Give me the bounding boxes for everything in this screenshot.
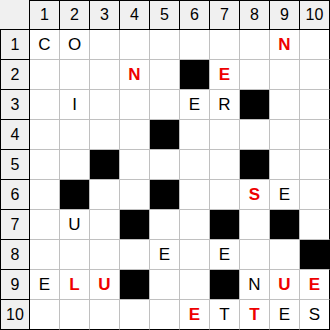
grid-cell-r9c3[interactable]: U [90,270,120,300]
row-header-10: 10 [0,300,30,330]
grid-cell-r5c4[interactable] [120,150,150,180]
grid-cell-r5c1[interactable] [30,150,60,180]
block-cell-r2c6[interactable] [180,60,210,90]
grid-cell-r10c4[interactable] [120,300,150,330]
col-header-1: 1 [30,0,60,30]
grid-cell-r9c2[interactable]: L [60,270,90,300]
grid-cell-r1c8[interactable] [240,30,270,60]
grid-cell-r3c7[interactable]: R [210,90,240,120]
block-cell-r7c9[interactable] [270,210,300,240]
grid-cell-r4c2[interactable] [60,120,90,150]
grid-cell-r1c6[interactable] [180,30,210,60]
block-cell-r7c4[interactable] [120,210,150,240]
grid-cell-r3c10[interactable] [300,90,330,120]
col-header-5: 5 [150,0,180,30]
grid-cell-r10c5[interactable] [150,300,180,330]
grid-cell-r3c1[interactable] [30,90,60,120]
grid-cell-r1c10[interactable] [300,30,330,60]
block-cell-r5c3[interactable] [90,150,120,180]
grid-cell-r4c4[interactable] [120,120,150,150]
grid-cell-r2c8[interactable] [240,60,270,90]
grid-cell-r9c10[interactable]: E [300,270,330,300]
block-cell-r9c4[interactable] [120,270,150,300]
grid-cell-r5c7[interactable] [210,150,240,180]
grid-cell-r4c6[interactable] [180,120,210,150]
grid-cell-r9c9[interactable]: U [270,270,300,300]
block-cell-r9c7[interactable] [210,270,240,300]
grid-cell-r9c1[interactable]: E [30,270,60,300]
grid-cell-r5c6[interactable] [180,150,210,180]
col-header-6: 6 [180,0,210,30]
grid-cell-r8c2[interactable] [60,240,90,270]
grid-cell-r8c8[interactable] [240,240,270,270]
grid-cell-r2c3[interactable] [90,60,120,90]
grid-cell-r2c7[interactable]: E [210,60,240,90]
grid-cell-r1c1[interactable]: C [30,30,60,60]
grid-cell-r3c2[interactable]: I [60,90,90,120]
grid-cell-r8c3[interactable] [90,240,120,270]
row-header-4: 4 [0,120,30,150]
grid-cell-r5c10[interactable] [300,150,330,180]
grid-cell-r10c8[interactable]: T [240,300,270,330]
row-header-9: 9 [0,270,30,300]
grid-cell-r8c4[interactable] [120,240,150,270]
grid-cell-r7c6[interactable] [180,210,210,240]
grid-cell-r8c9[interactable] [270,240,300,270]
row-header-7: 7 [0,210,30,240]
grid-cell-r8c6[interactable] [180,240,210,270]
grid-cell-r1c9[interactable]: N [270,30,300,60]
grid-cell-r10c6[interactable]: E [180,300,210,330]
grid-cell-r3c6[interactable]: E [180,90,210,120]
grid-cell-r7c1[interactable] [30,210,60,240]
row-header-8: 8 [0,240,30,270]
grid-cell-r10c9[interactable]: E [270,300,300,330]
grid-cell-r2c10[interactable] [300,60,330,90]
col-header-8: 8 [240,0,270,30]
grid-cell-r10c7[interactable]: T [210,300,240,330]
grid-cell-r2c4[interactable]: N [120,60,150,90]
grid-cell-r8c5[interactable]: E [150,240,180,270]
grid-cell-r4c7[interactable] [210,120,240,150]
grid-cell-r4c1[interactable] [30,120,60,150]
grid-cell-r10c2[interactable] [60,300,90,330]
grid-cell-r8c1[interactable] [30,240,60,270]
col-header-9: 9 [270,0,300,30]
grid-cell-r6c9[interactable]: E [270,180,300,210]
grid-cell-r9c8[interactable]: N [240,270,270,300]
grid-cell-r1c4[interactable] [120,30,150,60]
col-header-4: 4 [120,0,150,30]
grid-cell-r1c5[interactable] [150,30,180,60]
grid-cell-r9c5[interactable] [150,270,180,300]
grid-cell-r10c1[interactable] [30,300,60,330]
grid-cell-r4c8[interactable] [240,120,270,150]
block-cell-r4c5[interactable] [150,120,180,150]
col-header-10: 10 [300,0,330,30]
grid-cell-r1c3[interactable] [90,30,120,60]
col-header-7: 7 [210,0,240,30]
grid-cell-r2c1[interactable] [30,60,60,90]
grid-cell-r1c7[interactable] [210,30,240,60]
grid-cell-r6c7[interactable] [210,180,240,210]
block-cell-r8c10[interactable] [300,240,330,270]
grid-cell-r3c4[interactable] [120,90,150,120]
grid-cell-r6c10[interactable] [300,180,330,210]
grid-cell-r5c2[interactable] [60,150,90,180]
grid-cell-r3c5[interactable] [150,90,180,120]
grid-cell-r4c3[interactable] [90,120,120,150]
col-header-3: 3 [90,0,120,30]
grid-cell-r5c5[interactable] [150,150,180,180]
grid-cell-r4c9[interactable] [270,120,300,150]
grid-cell-r6c8[interactable]: S [240,180,270,210]
grid-cell-r6c3[interactable] [90,180,120,210]
block-cell-r3c8[interactable] [240,90,270,120]
grid-cell-r3c3[interactable] [90,90,120,120]
block-cell-r6c2[interactable] [60,180,90,210]
row-header-2: 2 [0,60,30,90]
block-cell-r6c5[interactable] [150,180,180,210]
grid-cell-r2c2[interactable] [60,60,90,90]
grid-cell-r1c2[interactable]: O [60,30,90,60]
grid-cell-r8c7[interactable]: E [210,240,240,270]
grid-cell-r10c10[interactable]: S [300,300,330,330]
grid-cell-r2c9[interactable] [270,60,300,90]
grid-cell-r6c4[interactable] [120,180,150,210]
grid-cell-r3c9[interactable] [270,90,300,120]
crossword-board: 123456789101CON2NE3IER456SE7U8EE9ELUNUE1… [0,0,330,330]
grid-cell-r9c6[interactable] [180,270,210,300]
grid-cell-r6c6[interactable] [180,180,210,210]
col-header-2: 2 [60,0,90,30]
grid-cell-r7c3[interactable] [90,210,120,240]
grid-cell-r6c1[interactable] [30,180,60,210]
corner-cell [0,0,30,30]
grid-cell-r7c2[interactable]: U [60,210,90,240]
block-cell-r7c7[interactable] [210,210,240,240]
row-header-3: 3 [0,90,30,120]
grid-cell-r7c8[interactable] [240,210,270,240]
row-header-6: 6 [0,180,30,210]
grid-cell-r4c10[interactable] [300,120,330,150]
grid-cell-r10c3[interactable] [90,300,120,330]
grid-cell-r5c9[interactable] [270,150,300,180]
row-header-5: 5 [0,150,30,180]
row-header-1: 1 [0,30,30,60]
grid-cell-r7c10[interactable] [300,210,330,240]
block-cell-r5c8[interactable] [240,150,270,180]
grid-cell-r2c5[interactable] [150,60,180,90]
grid-cell-r7c5[interactable] [150,210,180,240]
